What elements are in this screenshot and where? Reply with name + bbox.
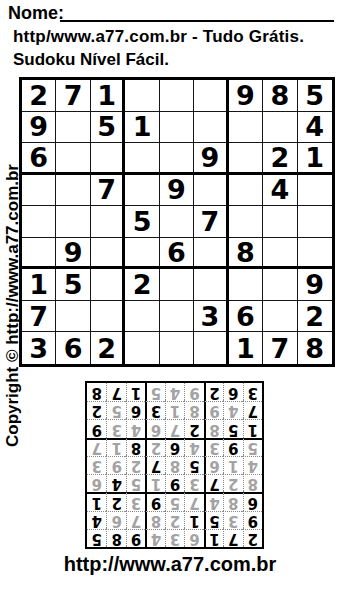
puzzle-cell-r2c4[interactable]: 1 — [125, 112, 159, 144]
solution-cell-r6c7: 8 — [126, 438, 145, 456]
puzzle-cell-r7c6[interactable] — [194, 269, 228, 301]
puzzle-cell-r1c3[interactable]: 1 — [91, 80, 125, 112]
solution-cell-r3c1: 6 — [243, 492, 262, 510]
puzzle-cell-r9c5[interactable] — [160, 332, 194, 364]
solution-cell-r4c2: 2 — [223, 474, 242, 492]
solution-cell-r5c9: 3 — [87, 456, 106, 474]
solution-cell-r8c2: 4 — [223, 401, 242, 419]
puzzle-cell-r4c4[interactable] — [125, 175, 159, 207]
solution-cell-r2c5: 2 — [165, 511, 184, 529]
solution-cell-r1c9: 5 — [87, 529, 106, 547]
puzzle-cell-r1c7[interactable]: 9 — [229, 80, 263, 112]
solution-cell-r1c3: 1 — [204, 529, 223, 547]
solution-cell-r3c7: 3 — [126, 492, 145, 510]
solution-cell-r2c6: 8 — [145, 511, 164, 529]
solution-cell-r3c8: 2 — [106, 492, 125, 510]
puzzle-cell-r3c4[interactable] — [125, 143, 159, 175]
puzzle-cell-r8c4[interactable] — [125, 301, 159, 333]
puzzle-cell-r1c6[interactable] — [194, 80, 228, 112]
puzzle-cell-r5c3[interactable] — [91, 206, 125, 238]
solution-cell-r6c2: 9 — [223, 438, 242, 456]
puzzle-difficulty-title: Sudoku Nível Fácil. — [13, 50, 169, 70]
puzzle-cell-r9c8[interactable]: 7 — [263, 332, 297, 364]
puzzle-cell-r3c8[interactable]: 2 — [263, 143, 297, 175]
puzzle-cell-r6c5[interactable]: 6 — [160, 238, 194, 270]
solution-cell-r6c5: 6 — [165, 438, 184, 456]
puzzle-cell-r6c1[interactable] — [22, 238, 56, 270]
solution-cell-r6c9: 7 — [87, 438, 106, 456]
solution-cell-r9c7: 1 — [126, 383, 145, 401]
solution-cell-r7c9: 9 — [87, 419, 106, 437]
puzzle-cell-r2c8[interactable] — [263, 112, 297, 144]
solution-cell-r9c6: 5 — [145, 383, 164, 401]
solution-cell-r5c3: 6 — [204, 456, 223, 474]
puzzle-cell-r1c1[interactable]: 2 — [22, 80, 56, 112]
solution-cell-r8c9: 2 — [87, 401, 106, 419]
solution-cell-r8c4: 8 — [184, 401, 203, 419]
solution-cell-r3c3: 4 — [204, 492, 223, 510]
solution-cell-r1c5: 3 — [165, 529, 184, 547]
puzzle-cell-r1c9[interactable]: 5 — [298, 80, 332, 112]
puzzle-cell-r5c7[interactable] — [229, 206, 263, 238]
solution-cell-r9c1: 3 — [243, 383, 262, 401]
solution-cell-r7c7: 4 — [126, 419, 145, 437]
puzzle-cell-r1c4[interactable] — [125, 80, 159, 112]
puzzle-cell-r8c5[interactable] — [160, 301, 194, 333]
puzzle-cell-r5c8[interactable] — [263, 206, 297, 238]
solution-cell-r8c7: 6 — [126, 401, 145, 419]
puzzle-cell-r7c8[interactable] — [263, 269, 297, 301]
puzzle-cell-r7c1[interactable]: 1 — [22, 269, 56, 301]
name-label: Nome: — [8, 3, 64, 24]
solution-cell-r9c8: 7 — [106, 383, 125, 401]
solution-cell-r8c1: 7 — [243, 401, 262, 419]
puzzle-cell-r4c8[interactable]: 4 — [263, 175, 297, 207]
puzzle-cell-r7c3[interactable] — [91, 269, 125, 301]
puzzle-cell-r2c3[interactable]: 5 — [91, 112, 125, 144]
solution-cell-r4c5: 9 — [165, 474, 184, 492]
puzzle-cell-r9c9[interactable]: 8 — [298, 332, 332, 364]
solution-cell-r7c6: 6 — [145, 419, 164, 437]
puzzle-cell-r8c3[interactable] — [91, 301, 125, 333]
solution-cell-r7c1: 1 — [243, 419, 262, 437]
puzzle-cell-r1c5[interactable] — [160, 80, 194, 112]
site-url-heading: http/www.a77.com.br - Tudo Grátis. — [13, 27, 304, 47]
puzzle-cell-r8c8[interactable] — [263, 301, 297, 333]
puzzle-cell-r9c4[interactable] — [125, 332, 159, 364]
solution-cell-r1c1: 2 — [243, 529, 262, 547]
puzzle-cell-r8c6[interactable]: 3 — [194, 301, 228, 333]
solution-cell-r7c2: 5 — [223, 419, 242, 437]
puzzle-cell-r2c5[interactable] — [160, 112, 194, 144]
puzzle-cell-r5c6[interactable]: 7 — [194, 206, 228, 238]
puzzle-cell-r5c1[interactable] — [22, 206, 56, 238]
solution-cell-r3c9: 1 — [87, 492, 106, 510]
solution-cell-r9c3: 2 — [204, 383, 223, 401]
puzzle-cell-r6c7[interactable]: 8 — [229, 238, 263, 270]
solution-cell-r5c5: 8 — [165, 456, 184, 474]
solution-cell-r4c1: 8 — [243, 474, 262, 492]
puzzle-cell-r1c8[interactable]: 8 — [263, 80, 297, 112]
puzzle-cell-r5c4[interactable]: 5 — [125, 206, 159, 238]
puzzle-cell-r7c5[interactable] — [160, 269, 194, 301]
puzzle-cell-r3c9[interactable]: 1 — [298, 143, 332, 175]
name-underline — [60, 20, 334, 22]
puzzle-cell-r6c3[interactable] — [91, 238, 125, 270]
puzzle-cell-r3c5[interactable] — [160, 143, 194, 175]
puzzle-cell-r9c2[interactable]: 6 — [56, 332, 90, 364]
solution-cell-r7c4: 2 — [184, 419, 203, 437]
solution-cell-r3c6: 9 — [145, 492, 164, 510]
solution-cell-r2c4: 1 — [184, 511, 203, 529]
puzzle-cell-r4c2[interactable] — [56, 175, 90, 207]
puzzle-cell-r7c7[interactable] — [229, 269, 263, 301]
sudoku-solution-grid: 2716349859351287646847593218273915464165… — [85, 381, 264, 549]
puzzle-cell-r8c2[interactable] — [56, 301, 90, 333]
puzzle-cell-r8c7[interactable]: 6 — [229, 301, 263, 333]
puzzle-cell-r5c5[interactable] — [160, 206, 194, 238]
puzzle-cell-r3c3[interactable] — [91, 143, 125, 175]
solution-cell-r8c5: 1 — [165, 401, 184, 419]
solution-cell-r3c5: 5 — [165, 492, 184, 510]
puzzle-cell-r8c1[interactable]: 7 — [22, 301, 56, 333]
puzzle-cell-r2c2[interactable] — [56, 112, 90, 144]
solution-cell-r6c1: 5 — [243, 438, 262, 456]
solution-cell-r1c4: 6 — [184, 529, 203, 547]
puzzle-cell-r8c9[interactable]: 2 — [298, 301, 332, 333]
solution-cell-r2c7: 7 — [126, 511, 145, 529]
puzzle-cell-r2c7[interactable] — [229, 112, 263, 144]
solution-cell-r4c7: 5 — [126, 474, 145, 492]
puzzle-cell-r6c4[interactable] — [125, 238, 159, 270]
solution-cell-r2c9: 4 — [87, 511, 106, 529]
puzzle-cell-r2c1[interactable]: 9 — [22, 112, 56, 144]
puzzle-cell-r9c1[interactable]: 3 — [22, 332, 56, 364]
sudoku-puzzle-grid: 271985951469217945796815297362362178 — [19, 77, 335, 367]
puzzle-cell-r2c6[interactable] — [194, 112, 228, 144]
footer-site-url: http://www.a77.com.br — [0, 553, 340, 576]
solution-cell-r9c9: 8 — [87, 383, 106, 401]
puzzle-cell-r4c3[interactable]: 7 — [91, 175, 125, 207]
puzzle-cell-r5c2[interactable] — [56, 206, 90, 238]
puzzle-cell-r3c1[interactable]: 6 — [22, 143, 56, 175]
puzzle-cell-r6c9[interactable] — [298, 238, 332, 270]
puzzle-cell-r4c5[interactable]: 9 — [160, 175, 194, 207]
puzzle-cell-r9c6[interactable] — [194, 332, 228, 364]
solution-cell-r3c4: 7 — [184, 492, 203, 510]
solution-cell-r2c8: 6 — [106, 511, 125, 529]
puzzle-cell-r7c9[interactable]: 9 — [298, 269, 332, 301]
puzzle-cell-r1c2[interactable]: 7 — [56, 80, 90, 112]
puzzle-cell-r6c6[interactable] — [194, 238, 228, 270]
solution-cell-r7c5: 7 — [165, 419, 184, 437]
puzzle-cell-r4c6[interactable] — [194, 175, 228, 207]
puzzle-cell-r2c9[interactable]: 4 — [298, 112, 332, 144]
solution-cell-r5c8: 9 — [106, 456, 125, 474]
puzzle-cell-r7c4[interactable]: 2 — [125, 269, 159, 301]
solution-cell-r3c2: 8 — [223, 492, 242, 510]
solution-cell-r4c4: 3 — [184, 474, 203, 492]
solution-cell-r5c1: 4 — [243, 456, 262, 474]
solution-cell-r1c2: 7 — [223, 529, 242, 547]
solution-cell-r5c2: 1 — [223, 456, 242, 474]
puzzle-cell-r4c7[interactable] — [229, 175, 263, 207]
puzzle-cell-r6c2[interactable]: 9 — [56, 238, 90, 270]
puzzle-cell-r6c8[interactable] — [263, 238, 297, 270]
puzzle-cell-r4c9[interactable] — [298, 175, 332, 207]
puzzle-cell-r3c7[interactable] — [229, 143, 263, 175]
solution-cell-r5c7: 2 — [126, 456, 145, 474]
solution-cell-r6c4: 4 — [184, 438, 203, 456]
solution-cell-r8c6: 3 — [145, 401, 164, 419]
solution-cell-r6c6: 2 — [145, 438, 164, 456]
solution-cell-r1c7: 9 — [126, 529, 145, 547]
solution-cell-r1c8: 8 — [106, 529, 125, 547]
puzzle-cell-r7c2[interactable]: 5 — [56, 269, 90, 301]
solution-cell-r9c2: 6 — [223, 383, 242, 401]
solution-cell-r4c8: 4 — [106, 474, 125, 492]
solution-cell-r4c9: 6 — [87, 474, 106, 492]
puzzle-cell-r3c6[interactable]: 9 — [194, 143, 228, 175]
solution-cell-r2c2: 3 — [223, 511, 242, 529]
solution-cell-r7c8: 3 — [106, 419, 125, 437]
solution-cell-r2c1: 9 — [243, 511, 262, 529]
puzzle-cell-r9c7[interactable]: 1 — [229, 332, 263, 364]
puzzle-cell-r4c1[interactable] — [22, 175, 56, 207]
puzzle-cell-r9c3[interactable]: 2 — [91, 332, 125, 364]
solution-cell-r2c3: 5 — [204, 511, 223, 529]
puzzle-cell-r5c9[interactable] — [298, 206, 332, 238]
solution-cell-r5c4: 5 — [184, 456, 203, 474]
solution-cell-r9c5: 4 — [165, 383, 184, 401]
solution-cell-r5c6: 7 — [145, 456, 164, 474]
solution-cell-r8c3: 9 — [204, 401, 223, 419]
solution-cell-r1c6: 4 — [145, 529, 164, 547]
solution-cell-r6c3: 3 — [204, 438, 223, 456]
solution-cell-r6c8: 1 — [106, 438, 125, 456]
solution-cell-r4c3: 7 — [204, 474, 223, 492]
solution-cell-r8c8: 5 — [106, 401, 125, 419]
solution-cell-r9c4: 9 — [184, 383, 203, 401]
solution-cell-r7c3: 8 — [204, 419, 223, 437]
puzzle-cell-r3c2[interactable] — [56, 143, 90, 175]
solution-cell-r4c6: 1 — [145, 474, 164, 492]
